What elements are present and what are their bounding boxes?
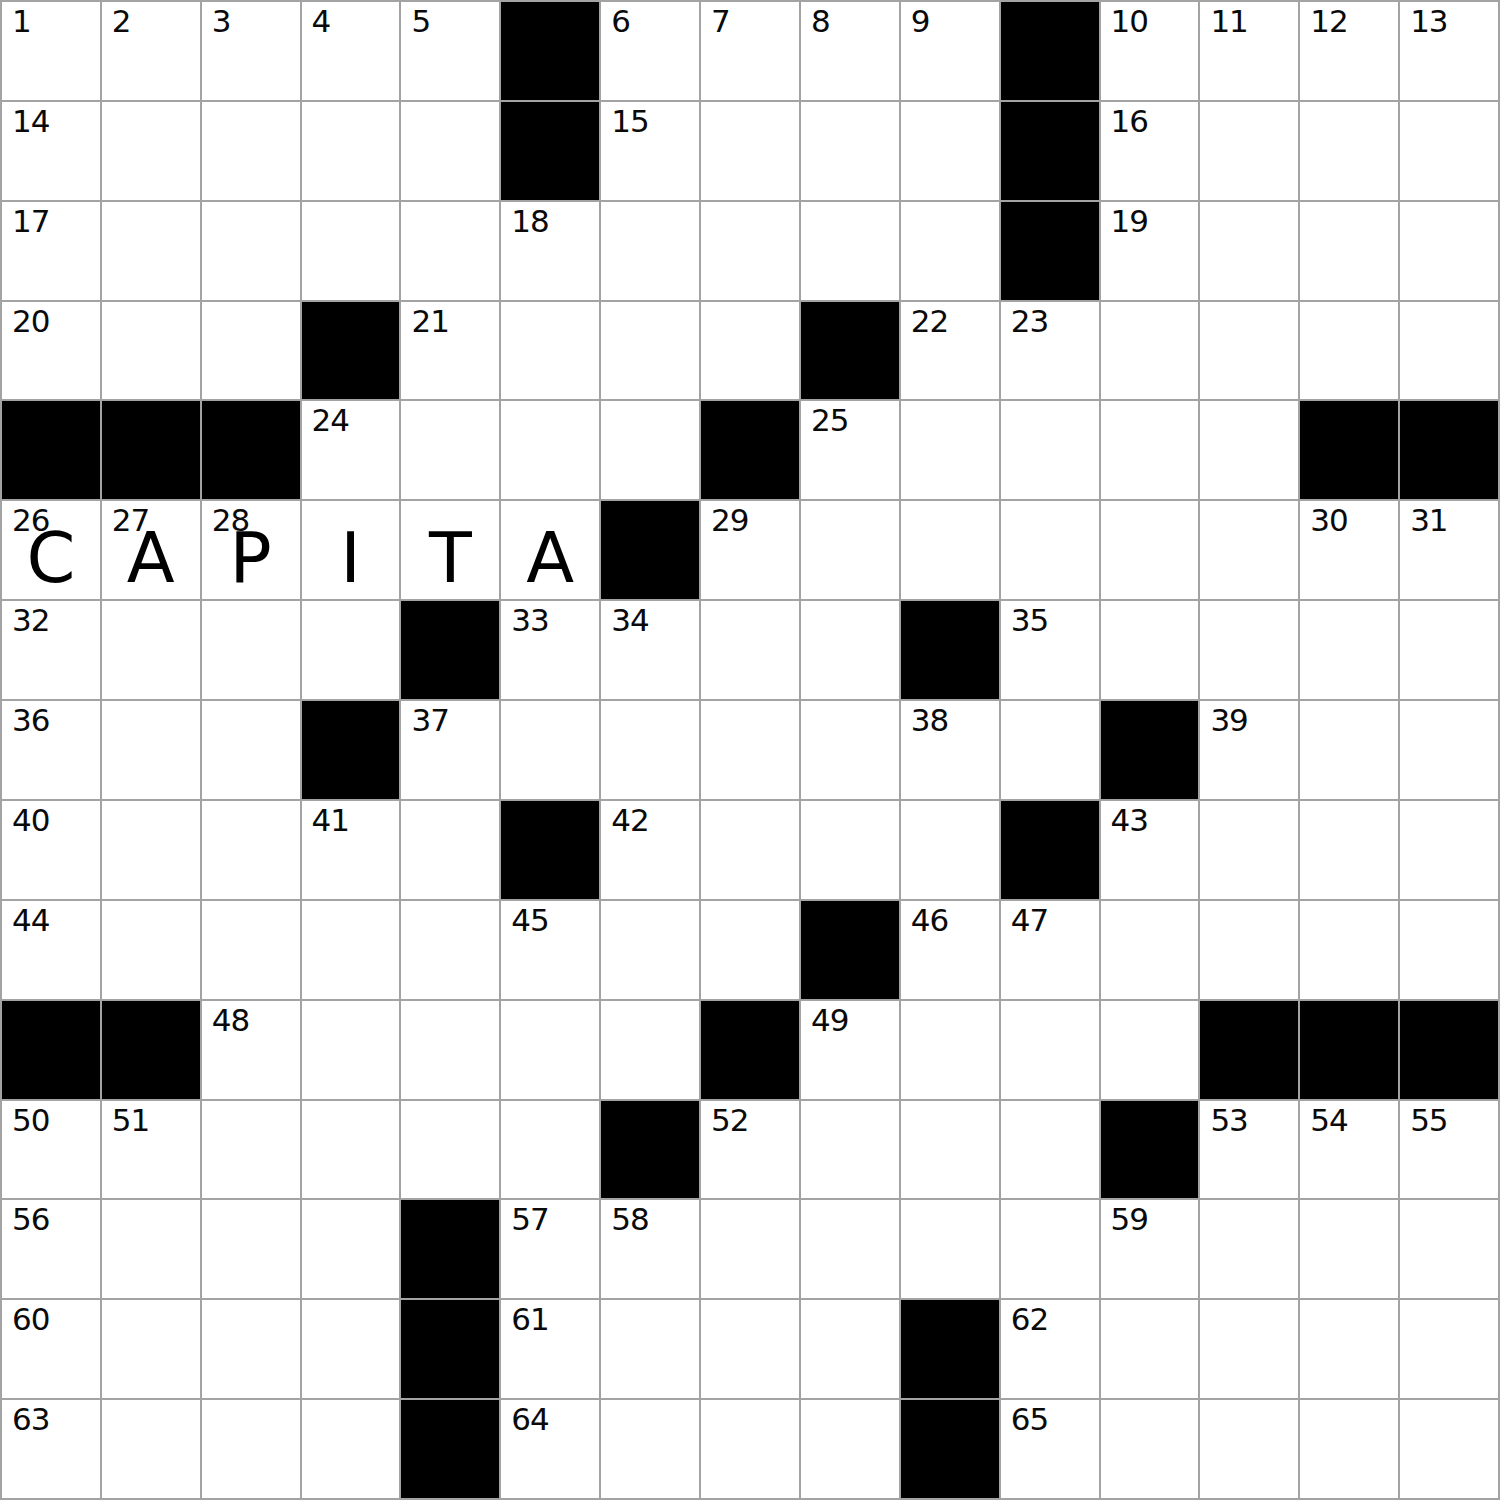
cell-3-5[interactable] (501, 302, 599, 400)
cell-11-12[interactable]: 53 (1200, 1101, 1298, 1199)
cell-7-14[interactable] (1400, 701, 1498, 799)
clue-number: 58 (611, 1204, 648, 1235)
cell-4-3[interactable]: 24 (302, 401, 400, 499)
cell-6-14[interactable] (1400, 601, 1498, 699)
cell-11-2[interactable] (202, 1101, 300, 1199)
cell-9-4[interactable] (401, 901, 499, 999)
clue-number: 42 (611, 805, 648, 836)
cell-10-11[interactable] (1101, 1001, 1199, 1099)
cell-8-4[interactable] (401, 801, 499, 899)
cell-2-4[interactable] (401, 202, 499, 300)
black-cell-3-3 (302, 302, 400, 400)
clue-number: 3 (212, 6, 231, 37)
cell-8-14[interactable] (1400, 801, 1498, 899)
clue-number: 6 (611, 6, 630, 37)
clue-number: 19 (1111, 206, 1148, 237)
cell-5-0[interactable]: 26C (2, 501, 100, 599)
clue-number: 33 (511, 605, 548, 636)
clue-number: 63 (12, 1404, 49, 1435)
cell-5-2[interactable]: 28P (202, 501, 300, 599)
black-cell-6-9 (901, 601, 999, 699)
cell-12-7[interactable] (701, 1200, 799, 1298)
cell-14-3[interactable] (302, 1400, 400, 1498)
cell-12-8[interactable] (801, 1200, 899, 1298)
cell-7-12[interactable]: 39 (1200, 701, 1298, 799)
clue-number: 18 (511, 206, 548, 237)
cell-1-2[interactable] (202, 102, 300, 200)
cell-14-10[interactable]: 65 (1001, 1400, 1099, 1498)
cell-2-6[interactable] (601, 202, 699, 300)
cell-14-6[interactable] (601, 1400, 699, 1498)
cell-3-2[interactable] (202, 302, 300, 400)
clue-number: 22 (911, 306, 948, 337)
cell-13-1[interactable] (102, 1300, 200, 1398)
cell-1-12[interactable] (1200, 102, 1298, 200)
cell-12-2[interactable] (202, 1200, 300, 1298)
answer-letter: T (401, 501, 499, 599)
cell-12-1[interactable] (102, 1200, 200, 1298)
cell-12-5[interactable]: 57 (501, 1200, 599, 1298)
cell-6-2[interactable] (202, 601, 300, 699)
clue-number: 60 (12, 1304, 49, 1335)
clue-number: 41 (312, 805, 349, 836)
black-cell-4-14 (1400, 401, 1498, 499)
clue-number: 36 (12, 705, 49, 736)
answer-letter: A (501, 501, 599, 599)
cell-8-1[interactable] (102, 801, 200, 899)
cell-14-2[interactable] (202, 1400, 300, 1498)
black-cell-0-5 (501, 2, 599, 100)
cell-1-7[interactable] (701, 102, 799, 200)
cell-1-3[interactable] (302, 102, 400, 200)
cell-0-8[interactable]: 8 (801, 2, 899, 100)
clue-number: 13 (1410, 6, 1447, 37)
clue-number: 12 (1310, 6, 1347, 37)
cell-11-8[interactable] (801, 1101, 899, 1199)
black-cell-11-6 (601, 1101, 699, 1199)
cell-3-7[interactable] (701, 302, 799, 400)
cell-12-12[interactable] (1200, 1200, 1298, 1298)
cell-5-7[interactable]: 29 (701, 501, 799, 599)
cell-13-13[interactable] (1300, 1300, 1398, 1398)
black-cell-7-3 (302, 701, 400, 799)
cell-5-10[interactable] (1001, 501, 1099, 599)
cell-9-14[interactable] (1400, 901, 1498, 999)
cell-4-6[interactable] (601, 401, 699, 499)
cell-9-10[interactable]: 47 (1001, 901, 1099, 999)
cell-14-5[interactable]: 64 (501, 1400, 599, 1498)
cell-9-11[interactable] (1101, 901, 1199, 999)
black-cell-14-9 (901, 1400, 999, 1498)
clue-number: 55 (1410, 1105, 1447, 1136)
clue-number: 31 (1410, 505, 1447, 536)
cell-2-8[interactable] (801, 202, 899, 300)
clue-number: 47 (1011, 905, 1048, 936)
cell-2-5[interactable]: 18 (501, 202, 599, 300)
cell-14-14[interactable] (1400, 1400, 1498, 1498)
cell-9-1[interactable] (102, 901, 200, 999)
clue-number: 1 (12, 6, 31, 37)
cell-14-1[interactable] (102, 1400, 200, 1498)
black-cell-0-10 (1001, 2, 1099, 100)
cell-6-7[interactable] (701, 601, 799, 699)
clue-number: 57 (511, 1204, 548, 1235)
black-cell-11-11 (1101, 1101, 1199, 1199)
cell-1-1[interactable] (102, 102, 200, 200)
cell-3-14[interactable] (1400, 302, 1498, 400)
clue-number: 8 (811, 6, 830, 37)
answer-letter: I (302, 501, 400, 599)
cell-4-10[interactable] (1001, 401, 1099, 499)
black-cell-7-11 (1101, 701, 1199, 799)
cell-14-8[interactable] (801, 1400, 899, 1498)
cell-0-0[interactable]: 1 (2, 2, 100, 100)
cell-6-1[interactable] (102, 601, 200, 699)
black-cell-4-7 (701, 401, 799, 499)
clue-number: 35 (1011, 605, 1048, 636)
cell-12-9[interactable] (901, 1200, 999, 1298)
cell-10-4[interactable] (401, 1001, 499, 1099)
cell-0-4[interactable]: 5 (401, 2, 499, 100)
cell-3-6[interactable] (601, 302, 699, 400)
black-cell-3-8 (801, 302, 899, 400)
cell-6-11[interactable] (1101, 601, 1199, 699)
clue-number: 45 (511, 905, 548, 936)
cell-10-5[interactable] (501, 1001, 599, 1099)
cell-2-9[interactable] (901, 202, 999, 300)
clue-number: 25 (811, 405, 848, 436)
cell-8-7[interactable] (701, 801, 799, 899)
clue-number: 56 (12, 1204, 49, 1235)
black-cell-10-0 (2, 1001, 100, 1099)
cell-6-0[interactable]: 32 (2, 601, 100, 699)
cell-13-3[interactable] (302, 1300, 400, 1398)
cell-9-6[interactable] (601, 901, 699, 999)
cell-3-0[interactable]: 20 (2, 302, 100, 400)
clue-number: 15 (611, 106, 648, 137)
cell-11-14[interactable]: 55 (1400, 1101, 1498, 1199)
clue-number: 4 (312, 6, 331, 37)
cell-12-10[interactable] (1001, 1200, 1099, 1298)
cell-3-10[interactable]: 23 (1001, 302, 1099, 400)
cell-7-2[interactable] (202, 701, 300, 799)
cell-11-4[interactable] (401, 1101, 499, 1199)
cell-9-2[interactable] (202, 901, 300, 999)
cell-7-6[interactable] (601, 701, 699, 799)
cell-5-5[interactable]: A (501, 501, 599, 599)
clue-number: 11 (1210, 6, 1247, 37)
cell-4-12[interactable] (1200, 401, 1298, 499)
cell-0-11[interactable]: 10 (1101, 2, 1199, 100)
clue-number: 44 (12, 905, 49, 936)
cell-2-13[interactable] (1300, 202, 1398, 300)
clue-number: 24 (312, 405, 349, 436)
cell-6-3[interactable] (302, 601, 400, 699)
clue-number: 51 (112, 1105, 149, 1136)
cell-4-8[interactable]: 25 (801, 401, 899, 499)
cell-10-8[interactable]: 49 (801, 1001, 899, 1099)
cell-13-5[interactable]: 61 (501, 1300, 599, 1398)
cell-0-9[interactable]: 9 (901, 2, 999, 100)
cell-0-13[interactable]: 12 (1300, 2, 1398, 100)
cell-3-4[interactable]: 21 (401, 302, 499, 400)
cell-11-7[interactable]: 52 (701, 1101, 799, 1199)
black-cell-9-8 (801, 901, 899, 999)
black-cell-6-4 (401, 601, 499, 699)
clue-number: 38 (911, 705, 948, 736)
cell-5-3[interactable]: I (302, 501, 400, 599)
clue-number: 54 (1310, 1105, 1347, 1136)
cell-3-11[interactable] (1101, 302, 1199, 400)
cell-11-1[interactable]: 51 (102, 1101, 200, 1199)
cell-3-1[interactable] (102, 302, 200, 400)
clue-number: 48 (212, 1005, 249, 1036)
cell-1-8[interactable] (801, 102, 899, 200)
cell-8-6[interactable]: 42 (601, 801, 699, 899)
black-cell-4-0 (2, 401, 100, 499)
cell-5-12[interactable] (1200, 501, 1298, 599)
clue-number: 14 (12, 106, 49, 137)
clue-number: 65 (1011, 1404, 1048, 1435)
black-cell-13-9 (901, 1300, 999, 1398)
cell-14-0[interactable]: 63 (2, 1400, 100, 1498)
black-cell-8-10 (1001, 801, 1099, 899)
cell-11-10[interactable] (1001, 1101, 1099, 1199)
cell-14-12[interactable] (1200, 1400, 1298, 1498)
cell-3-12[interactable] (1200, 302, 1298, 400)
answer-letter: A (102, 501, 200, 599)
clue-number: 16 (1111, 106, 1148, 137)
cell-2-2[interactable] (202, 202, 300, 300)
cell-0-2[interactable]: 3 (202, 2, 300, 100)
clue-number: 50 (12, 1105, 49, 1136)
cell-13-6[interactable] (601, 1300, 699, 1398)
cell-9-13[interactable] (1300, 901, 1398, 999)
cell-1-9[interactable] (901, 102, 999, 200)
cell-13-8[interactable] (801, 1300, 899, 1398)
cell-14-13[interactable] (1300, 1400, 1398, 1498)
cell-5-11[interactable] (1101, 501, 1199, 599)
clue-number: 20 (12, 306, 49, 337)
cell-13-12[interactable] (1200, 1300, 1298, 1398)
cell-4-5[interactable] (501, 401, 599, 499)
cell-1-14[interactable] (1400, 102, 1498, 200)
cell-8-13[interactable] (1300, 801, 1398, 899)
cell-13-11[interactable] (1101, 1300, 1199, 1398)
clue-number: 53 (1210, 1105, 1247, 1136)
cell-6-6[interactable]: 34 (601, 601, 699, 699)
black-cell-10-13 (1300, 1001, 1398, 1099)
black-cell-12-4 (401, 1200, 499, 1298)
cell-4-9[interactable] (901, 401, 999, 499)
cell-7-7[interactable] (701, 701, 799, 799)
cell-13-7[interactable] (701, 1300, 799, 1398)
clue-number: 30 (1310, 505, 1347, 536)
cell-9-5[interactable]: 45 (501, 901, 599, 999)
cell-2-1[interactable] (102, 202, 200, 300)
cell-10-3[interactable] (302, 1001, 400, 1099)
clue-number: 34 (611, 605, 648, 636)
black-cell-10-7 (701, 1001, 799, 1099)
cell-7-13[interactable] (1300, 701, 1398, 799)
cell-10-9[interactable] (901, 1001, 999, 1099)
black-cell-4-13 (1300, 401, 1398, 499)
cell-11-0[interactable]: 50 (2, 1101, 100, 1199)
cell-5-1[interactable]: 27A (102, 501, 200, 599)
cell-5-13[interactable]: 30 (1300, 501, 1398, 599)
clue-number: 52 (711, 1105, 748, 1136)
clue-number: 32 (12, 605, 49, 636)
cell-12-3[interactable] (302, 1200, 400, 1298)
clue-number: 61 (511, 1304, 548, 1335)
black-cell-4-1 (102, 401, 200, 499)
cell-10-6[interactable] (601, 1001, 699, 1099)
cell-5-9[interactable] (901, 501, 999, 599)
clue-number: 17 (12, 206, 49, 237)
cell-0-1[interactable]: 2 (102, 2, 200, 100)
cell-10-2[interactable]: 48 (202, 1001, 300, 1099)
cell-7-10[interactable] (1001, 701, 1099, 799)
cell-9-9[interactable]: 46 (901, 901, 999, 999)
cell-8-12[interactable] (1200, 801, 1298, 899)
cell-2-11[interactable]: 19 (1101, 202, 1199, 300)
cell-6-10[interactable]: 35 (1001, 601, 1099, 699)
cell-12-0[interactable]: 56 (2, 1200, 100, 1298)
crossword-grid: 1234567891011121314151617181920212223242… (0, 0, 1500, 1500)
clue-number: 64 (511, 1404, 548, 1435)
cell-4-11[interactable] (1101, 401, 1199, 499)
clue-number: 9 (911, 6, 930, 37)
cell-8-3[interactable]: 41 (302, 801, 400, 899)
cell-6-8[interactable] (801, 601, 899, 699)
black-cell-13-4 (401, 1300, 499, 1398)
cell-8-11[interactable]: 43 (1101, 801, 1199, 899)
black-cell-2-10 (1001, 202, 1099, 300)
cell-11-13[interactable]: 54 (1300, 1101, 1398, 1199)
clue-number: 10 (1111, 6, 1148, 37)
clue-number: 37 (411, 705, 448, 736)
cell-14-7[interactable] (701, 1400, 799, 1498)
answer-letter: C (2, 501, 100, 599)
cell-5-14[interactable]: 31 (1400, 501, 1498, 599)
cell-3-13[interactable] (1300, 302, 1398, 400)
black-cell-10-1 (102, 1001, 200, 1099)
cell-11-5[interactable] (501, 1101, 599, 1199)
cell-11-9[interactable] (901, 1101, 999, 1199)
cell-8-8[interactable] (801, 801, 899, 899)
cell-13-2[interactable] (202, 1300, 300, 1398)
cell-7-9[interactable]: 38 (901, 701, 999, 799)
cell-12-14[interactable] (1400, 1200, 1498, 1298)
cell-2-7[interactable] (701, 202, 799, 300)
cell-8-0[interactable]: 40 (2, 801, 100, 899)
cell-0-3[interactable]: 4 (302, 2, 400, 100)
clue-number: 43 (1111, 805, 1148, 836)
cell-9-7[interactable] (701, 901, 799, 999)
clue-number: 59 (1111, 1204, 1148, 1235)
cell-14-11[interactable] (1101, 1400, 1199, 1498)
black-cell-4-2 (202, 401, 300, 499)
clue-number: 2 (112, 6, 131, 37)
clue-number: 40 (12, 805, 49, 836)
cell-9-3[interactable] (302, 901, 400, 999)
black-cell-10-14 (1400, 1001, 1498, 1099)
cell-7-0[interactable]: 36 (2, 701, 100, 799)
cell-6-13[interactable] (1300, 601, 1398, 699)
cell-13-10[interactable]: 62 (1001, 1300, 1099, 1398)
black-cell-10-12 (1200, 1001, 1298, 1099)
cell-0-12[interactable]: 11 (1200, 2, 1298, 100)
clue-number: 21 (411, 306, 448, 337)
black-cell-1-10 (1001, 102, 1099, 200)
cell-1-6[interactable]: 15 (601, 102, 699, 200)
cell-13-0[interactable]: 60 (2, 1300, 100, 1398)
cell-5-8[interactable] (801, 501, 899, 599)
clue-number: 46 (911, 905, 948, 936)
black-cell-14-4 (401, 1400, 499, 1498)
cell-7-8[interactable] (801, 701, 899, 799)
cell-5-4[interactable]: T (401, 501, 499, 599)
cell-12-13[interactable] (1300, 1200, 1398, 1298)
clue-number: 62 (1011, 1304, 1048, 1335)
cell-0-7[interactable]: 7 (701, 2, 799, 100)
answer-letter: P (202, 501, 300, 599)
clue-number: 23 (1011, 306, 1048, 337)
black-cell-1-5 (501, 102, 599, 200)
cell-1-0[interactable]: 14 (2, 102, 100, 200)
cell-0-6[interactable]: 6 (601, 2, 699, 100)
cell-4-4[interactable] (401, 401, 499, 499)
cell-10-10[interactable] (1001, 1001, 1099, 1099)
cell-9-12[interactable] (1200, 901, 1298, 999)
cell-12-11[interactable]: 59 (1101, 1200, 1199, 1298)
cell-6-12[interactable] (1200, 601, 1298, 699)
cell-2-0[interactable]: 17 (2, 202, 100, 300)
cell-11-3[interactable] (302, 1101, 400, 1199)
cell-7-4[interactable]: 37 (401, 701, 499, 799)
clue-number: 5 (411, 6, 430, 37)
clue-number: 7 (711, 6, 730, 37)
cell-7-1[interactable] (102, 701, 200, 799)
clue-number: 39 (1210, 705, 1247, 736)
cell-2-12[interactable] (1200, 202, 1298, 300)
cell-0-14[interactable]: 13 (1400, 2, 1498, 100)
cell-8-2[interactable] (202, 801, 300, 899)
cell-7-5[interactable] (501, 701, 599, 799)
cell-1-11[interactable]: 16 (1101, 102, 1199, 200)
cell-2-3[interactable] (302, 202, 400, 300)
cell-13-14[interactable] (1400, 1300, 1498, 1398)
cell-3-9[interactable]: 22 (901, 302, 999, 400)
cell-9-0[interactable]: 44 (2, 901, 100, 999)
black-cell-5-6 (601, 501, 699, 599)
cell-12-6[interactable]: 58 (601, 1200, 699, 1298)
clue-number: 29 (711, 505, 748, 536)
cell-8-9[interactable] (901, 801, 999, 899)
cell-1-13[interactable] (1300, 102, 1398, 200)
black-cell-8-5 (501, 801, 599, 899)
cell-1-4[interactable] (401, 102, 499, 200)
clue-number: 49 (811, 1005, 848, 1036)
cell-6-5[interactable]: 33 (501, 601, 599, 699)
cell-2-14[interactable] (1400, 202, 1498, 300)
